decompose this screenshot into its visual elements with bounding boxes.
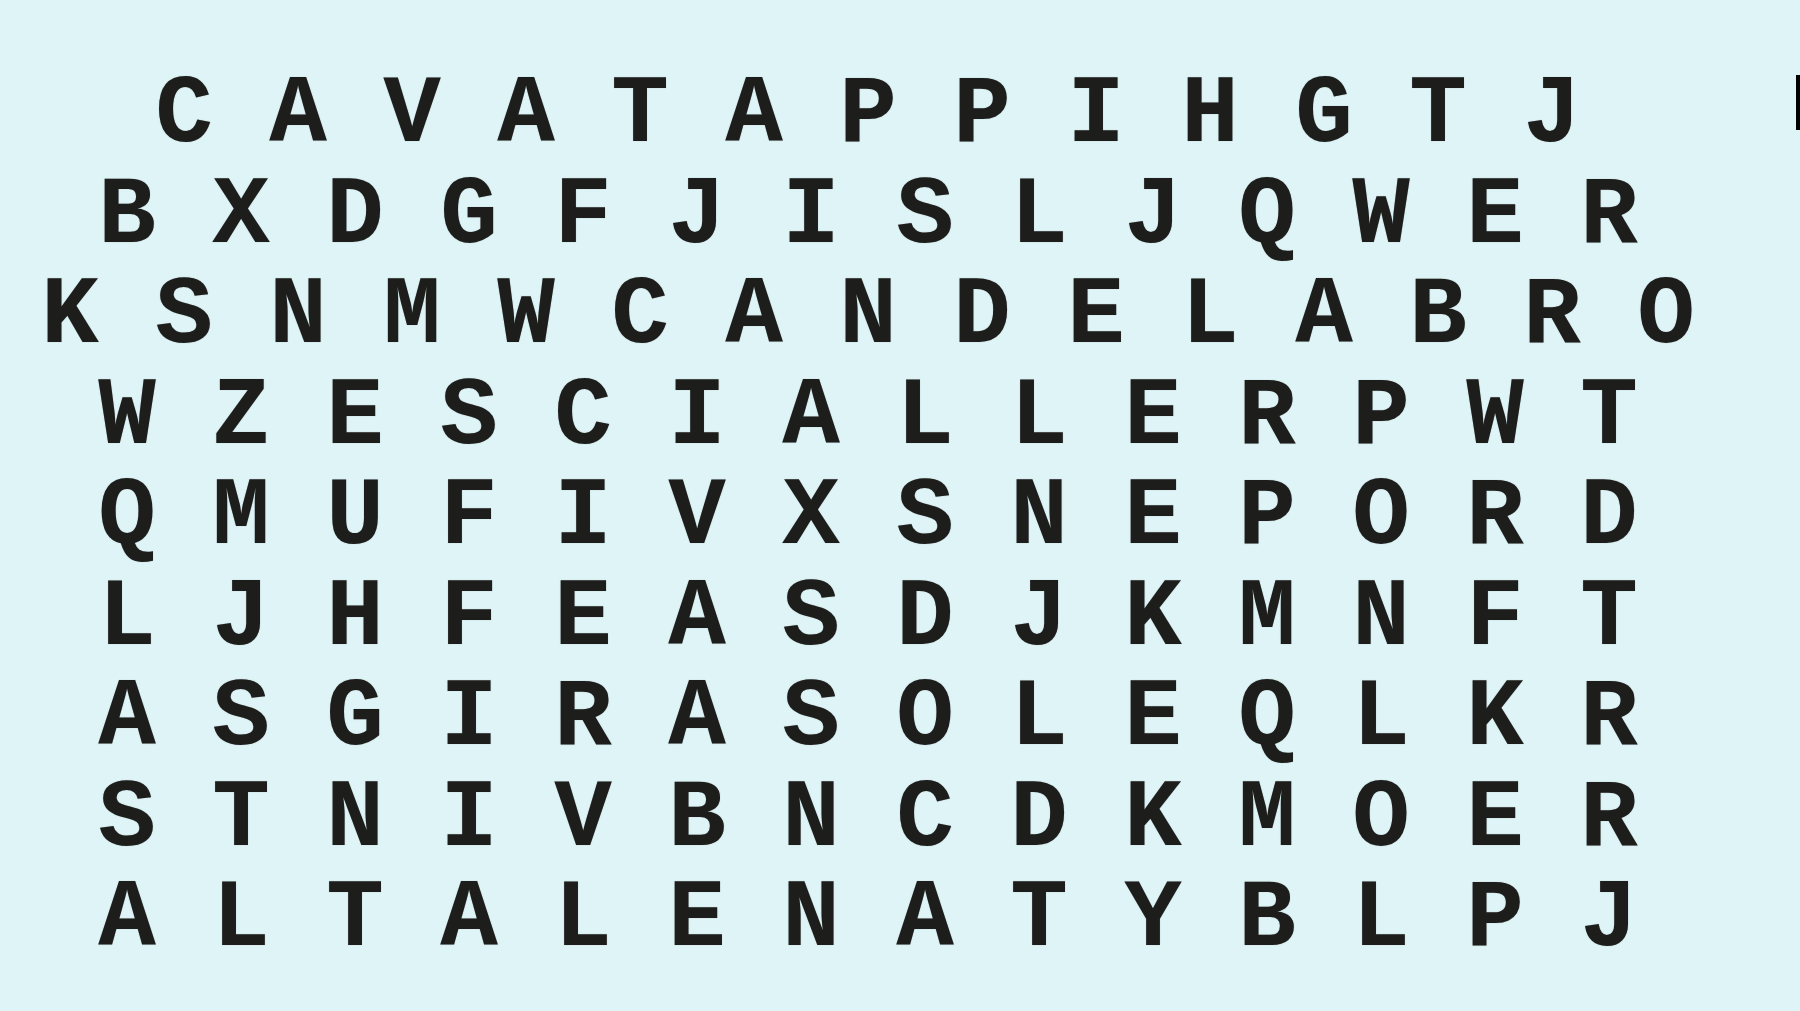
grid-cell[interactable]: I — [412, 669, 526, 770]
grid-cell[interactable]: Q — [1210, 669, 1324, 770]
grid-cell[interactable]: P — [925, 66, 1039, 167]
grid-cell[interactable]: R — [1552, 770, 1666, 871]
grid-cell[interactable]: T — [298, 870, 412, 971]
grid-cell[interactable]: A — [697, 267, 811, 368]
grid-cell[interactable]: E — [640, 870, 754, 971]
grid-cell[interactable]: V — [526, 770, 640, 871]
grid-cell[interactable]: J — [184, 569, 298, 670]
grid-cell[interactable]: W — [1324, 167, 1438, 268]
grid-cell[interactable]: D — [982, 770, 1096, 871]
word-search-grid: CAVATAPPIHGTJBXDGFJISLJQWERKSNMWCANDELAB… — [0, 66, 1736, 971]
grid-cell[interactable]: D — [868, 569, 982, 670]
grid-cell[interactable]: P — [1210, 468, 1324, 569]
grid-cell[interactable]: C — [583, 267, 697, 368]
grid-cell[interactable]: M — [184, 468, 298, 569]
grid-cell[interactable]: I — [640, 368, 754, 469]
grid-cell[interactable]: X — [754, 468, 868, 569]
grid-cell[interactable]: N — [754, 770, 868, 871]
grid-cell[interactable]: V — [355, 66, 469, 167]
grid-cell[interactable]: U — [298, 468, 412, 569]
grid-cell[interactable]: M — [355, 267, 469, 368]
grid-cell[interactable]: L — [868, 368, 982, 469]
grid-cell[interactable]: T — [1381, 66, 1495, 167]
grid-cell[interactable]: L — [70, 569, 184, 670]
grid-cell[interactable]: X — [184, 167, 298, 268]
grid-cell[interactable]: O — [1609, 267, 1723, 368]
word-search-row: BXDGFJISLJQWER — [0, 167, 1736, 268]
grid-cell[interactable]: S — [127, 267, 241, 368]
grid-cell[interactable]: W — [469, 267, 583, 368]
grid-cell[interactable]: K — [1096, 770, 1210, 871]
grid-cell[interactable]: L — [982, 368, 1096, 469]
grid-cell[interactable]: E — [1039, 267, 1153, 368]
grid-cell[interactable]: A — [70, 669, 184, 770]
grid-cell[interactable]: L — [982, 669, 1096, 770]
grid-cell[interactable]: R — [1552, 167, 1666, 268]
grid-cell[interactable]: N — [754, 870, 868, 971]
grid-cell[interactable]: R — [1495, 267, 1609, 368]
grid-cell[interactable]: A — [640, 569, 754, 670]
grid-cell[interactable]: R — [1438, 468, 1552, 569]
grid-cell[interactable]: T — [184, 770, 298, 871]
grid-cell[interactable]: K — [1096, 569, 1210, 670]
grid-cell[interactable]: W — [70, 368, 184, 469]
grid-cell[interactable]: J — [1096, 167, 1210, 268]
grid-cell[interactable]: P — [1324, 368, 1438, 469]
grid-cell[interactable]: Q — [1210, 167, 1324, 268]
grid-cell[interactable]: G — [412, 167, 526, 268]
grid-cell[interactable]: S — [70, 770, 184, 871]
word-search-row: WZESCIALLERPWT — [0, 368, 1736, 469]
grid-cell[interactable]: P — [811, 66, 925, 167]
grid-cell[interactable]: K — [1438, 669, 1552, 770]
grid-cell[interactable]: O — [868, 669, 982, 770]
grid-cell[interactable]: B — [640, 770, 754, 871]
grid-cell[interactable]: B — [1210, 870, 1324, 971]
grid-cell[interactable]: S — [868, 167, 982, 268]
grid-cell[interactable]: A — [1267, 267, 1381, 368]
grid-cell[interactable]: A — [640, 669, 754, 770]
grid-cell[interactable]: I — [526, 468, 640, 569]
word-search-row: CAVATAPPIHGTJ — [0, 66, 1736, 167]
grid-cell[interactable]: I — [1039, 66, 1153, 167]
grid-cell[interactable]: Q — [70, 468, 184, 569]
word-search-row: ASGIRASOLEQLKR — [0, 669, 1736, 770]
grid-cell[interactable]: T — [1552, 569, 1666, 670]
grid-cell[interactable]: A — [469, 66, 583, 167]
grid-cell[interactable]: J — [1495, 66, 1609, 167]
grid-cell[interactable]: E — [1096, 468, 1210, 569]
word-search-row: KSNMWCANDELABRO — [0, 267, 1736, 368]
grid-cell[interactable]: E — [1096, 669, 1210, 770]
grid-cell[interactable]: Y — [1096, 870, 1210, 971]
grid-cell[interactable]: A — [754, 368, 868, 469]
grid-cell[interactable]: S — [754, 569, 868, 670]
grid-cell[interactable]: T — [583, 66, 697, 167]
grid-cell[interactable]: D — [298, 167, 412, 268]
grid-cell[interactable]: I — [412, 770, 526, 871]
screen-edge-artifact — [1796, 75, 1800, 130]
grid-cell[interactable]: D — [925, 267, 1039, 368]
grid-cell[interactable]: G — [298, 669, 412, 770]
grid-cell[interactable]: F — [1438, 569, 1552, 670]
grid-cell[interactable]: N — [241, 267, 355, 368]
grid-cell[interactable]: C — [127, 66, 241, 167]
grid-cell[interactable]: D — [1552, 468, 1666, 569]
grid-cell[interactable]: F — [412, 569, 526, 670]
grid-cell[interactable]: L — [1324, 669, 1438, 770]
grid-cell[interactable]: S — [412, 368, 526, 469]
grid-cell[interactable]: E — [526, 569, 640, 670]
grid-cell[interactable]: L — [982, 167, 1096, 268]
grid-cell[interactable]: J — [982, 569, 1096, 670]
grid-cell[interactable]: L — [1324, 870, 1438, 971]
grid-cell[interactable]: K — [13, 267, 127, 368]
grid-cell[interactable]: V — [640, 468, 754, 569]
grid-cell[interactable]: S — [184, 669, 298, 770]
word-search-row: ALTALENATYBLPJ — [0, 870, 1736, 971]
grid-cell[interactable]: T — [982, 870, 1096, 971]
grid-cell[interactable]: P — [1438, 870, 1552, 971]
word-search-row: LJHFEASDJKMNFT — [0, 569, 1736, 670]
grid-cell[interactable]: B — [70, 167, 184, 268]
grid-cell[interactable]: N — [1324, 569, 1438, 670]
grid-cell[interactable]: M — [1210, 770, 1324, 871]
grid-cell[interactable]: A — [868, 870, 982, 971]
grid-cell[interactable]: O — [1324, 770, 1438, 871]
grid-cell[interactable]: M — [1210, 569, 1324, 670]
grid-cell[interactable]: R — [526, 669, 640, 770]
grid-cell[interactable]: R — [1210, 368, 1324, 469]
grid-cell[interactable]: L — [184, 870, 298, 971]
grid-cell[interactable]: J — [1552, 870, 1666, 971]
grid-cell[interactable]: B — [1381, 267, 1495, 368]
grid-cell[interactable]: H — [1153, 66, 1267, 167]
grid-cell[interactable]: A — [241, 66, 355, 167]
grid-cell[interactable]: L — [526, 870, 640, 971]
grid-cell[interactable]: L — [1153, 267, 1267, 368]
grid-cell[interactable]: E — [1438, 167, 1552, 268]
grid-cell[interactable]: A — [697, 66, 811, 167]
grid-cell[interactable]: T — [1552, 368, 1666, 469]
grid-cell[interactable]: A — [412, 870, 526, 971]
grid-cell[interactable]: E — [298, 368, 412, 469]
grid-cell[interactable]: S — [868, 468, 982, 569]
grid-cell[interactable]: N — [298, 770, 412, 871]
grid-cell[interactable]: N — [811, 267, 925, 368]
grid-cell[interactable]: N — [982, 468, 1096, 569]
grid-cell[interactable]: R — [1552, 669, 1666, 770]
grid-cell[interactable]: O — [1324, 468, 1438, 569]
grid-cell[interactable]: J — [640, 167, 754, 268]
grid-cell[interactable]: F — [526, 167, 640, 268]
grid-cell[interactable]: C — [868, 770, 982, 871]
grid-cell[interactable]: I — [754, 167, 868, 268]
grid-cell[interactable]: Z — [184, 368, 298, 469]
grid-cell[interactable]: C — [526, 368, 640, 469]
word-search-row: QMUFIVXSNEPORD — [0, 468, 1736, 569]
grid-cell[interactable]: W — [1438, 368, 1552, 469]
word-search-row: STNIVBNCDKMOER — [0, 770, 1736, 871]
grid-cell[interactable]: F — [412, 468, 526, 569]
grid-cell[interactable]: S — [754, 669, 868, 770]
grid-cell[interactable]: E — [1438, 770, 1552, 871]
grid-cell[interactable]: H — [298, 569, 412, 670]
grid-cell[interactable]: E — [1096, 368, 1210, 469]
grid-cell[interactable]: A — [70, 870, 184, 971]
grid-cell[interactable]: G — [1267, 66, 1381, 167]
